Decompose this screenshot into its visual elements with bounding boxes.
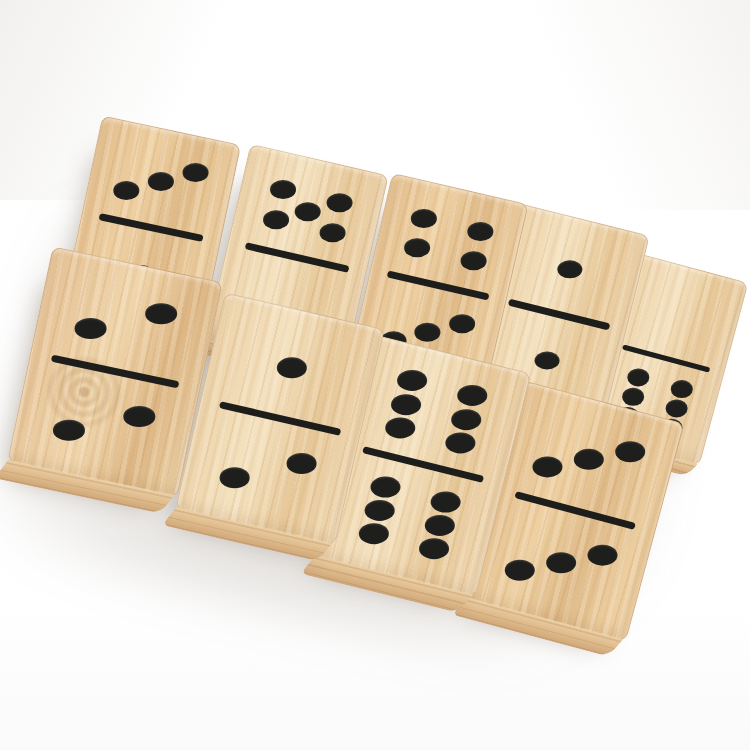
pip xyxy=(123,406,155,427)
pip xyxy=(220,467,250,488)
pip xyxy=(558,260,583,278)
pip xyxy=(533,456,563,477)
pip xyxy=(391,394,421,415)
tile-divider-line xyxy=(514,491,636,530)
pip xyxy=(461,252,487,271)
pip xyxy=(263,210,289,229)
pip xyxy=(286,453,316,474)
pip xyxy=(425,515,455,536)
pip xyxy=(370,476,400,497)
pip xyxy=(574,449,604,470)
tile-divider-line xyxy=(98,213,203,241)
pip xyxy=(404,239,430,258)
pip xyxy=(385,417,415,438)
pip xyxy=(53,420,85,441)
backdrop-corner-right xyxy=(430,0,750,210)
pip xyxy=(411,209,437,228)
pip xyxy=(670,380,692,398)
pip xyxy=(457,385,487,406)
tile-divider-line xyxy=(245,243,350,273)
pip xyxy=(270,180,296,199)
pip xyxy=(468,222,494,241)
pip xyxy=(277,357,307,378)
pip xyxy=(535,351,560,369)
tile-divider-line xyxy=(508,299,610,330)
pip xyxy=(665,400,687,418)
pip xyxy=(445,432,475,453)
pip xyxy=(415,323,441,342)
pip xyxy=(359,523,389,544)
pip xyxy=(505,560,535,581)
pip xyxy=(449,315,475,334)
pip xyxy=(295,202,321,221)
tile-divider-line xyxy=(219,401,341,435)
pip xyxy=(546,552,576,573)
pip xyxy=(627,369,649,387)
pip xyxy=(113,181,139,200)
domino-photo-scene xyxy=(0,0,750,750)
pip xyxy=(75,318,107,339)
pip xyxy=(145,304,177,325)
pip xyxy=(320,223,346,242)
pip xyxy=(451,409,481,430)
pip xyxy=(183,163,209,182)
pip xyxy=(622,388,644,406)
pip xyxy=(419,538,449,559)
pip xyxy=(364,500,394,521)
pip xyxy=(327,194,353,213)
pip xyxy=(148,172,174,191)
pip xyxy=(397,370,427,391)
pip xyxy=(587,545,617,566)
pip xyxy=(615,441,645,462)
tile-divider-line xyxy=(50,355,179,389)
pip xyxy=(431,491,461,512)
tile-divider-line xyxy=(386,271,490,301)
